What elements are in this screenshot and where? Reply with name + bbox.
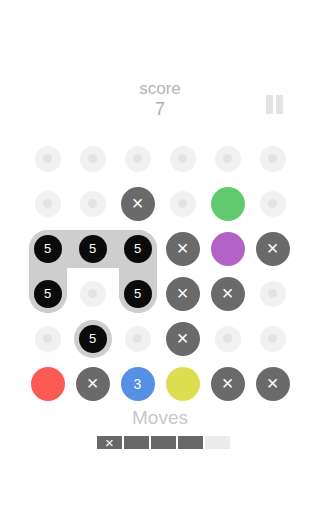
piece-number-5-r2c2[interactable]: 5	[124, 235, 152, 263]
empty-slot	[35, 146, 61, 172]
progress-segment-filled	[124, 436, 149, 449]
slot-dot	[268, 154, 277, 163]
piece-ball-r2c4[interactable]	[211, 232, 245, 266]
empty-slot	[170, 191, 196, 217]
piece-ball-r5c0[interactable]	[31, 367, 65, 401]
empty-slot	[80, 146, 106, 172]
slot-dot	[178, 199, 187, 208]
piece-number-label: 3	[134, 377, 142, 391]
piece-bomb-r5c4[interactable]: ×	[211, 367, 245, 401]
piece-bomb-r3c4[interactable]: ×	[211, 277, 245, 311]
slot-dot	[133, 334, 142, 343]
x-icon: ×	[267, 238, 279, 258]
slot-dot	[268, 199, 277, 208]
slot-dot	[133, 154, 142, 163]
x-icon: ×	[87, 373, 99, 393]
progress-segment-filled	[151, 436, 176, 449]
piece-ball-r5c3[interactable]	[166, 367, 200, 401]
piece-number-5-r2c1[interactable]: 5	[79, 235, 107, 263]
empty-slot	[80, 191, 106, 217]
progress-segment-empty	[205, 436, 230, 449]
game-screen: score 7 ×555××55××5××3×× Moves ×	[0, 0, 320, 512]
slot-dot	[43, 154, 52, 163]
moves-label: Moves	[0, 407, 320, 429]
piece-number-label: 5	[89, 332, 96, 345]
empty-slot	[260, 191, 286, 217]
piece-bomb-r2c3[interactable]: ×	[166, 232, 200, 266]
empty-slot	[125, 146, 151, 172]
slot-dot	[43, 199, 52, 208]
piece-number-label: 5	[44, 242, 51, 255]
piece-bomb-r1c2[interactable]: ×	[121, 187, 155, 221]
pause-icon	[266, 95, 273, 114]
empty-slot	[125, 326, 151, 352]
x-icon: ×	[222, 283, 234, 303]
empty-slot	[215, 326, 241, 352]
progress-segment-filled: ×	[97, 436, 122, 449]
empty-slot	[215, 146, 241, 172]
piece-bomb-r4c3[interactable]: ×	[166, 322, 200, 356]
piece-bomb-r3c3[interactable]: ×	[166, 277, 200, 311]
pause-button[interactable]	[266, 95, 283, 114]
piece-ball-r1c4[interactable]	[211, 187, 245, 221]
piece-number-label: 5	[89, 242, 96, 255]
slot-dot	[268, 289, 277, 298]
slot-dot	[43, 334, 52, 343]
slot-dot	[223, 154, 232, 163]
x-icon: ×	[177, 238, 189, 258]
x-icon: ×	[105, 435, 114, 450]
slot-dot	[88, 289, 97, 298]
slot-dot	[178, 154, 187, 163]
slot-dot	[88, 154, 97, 163]
piece-number-label: 5	[134, 242, 141, 255]
x-icon: ×	[267, 373, 279, 393]
x-icon: ×	[177, 283, 189, 303]
empty-slot	[35, 191, 61, 217]
empty-slot	[260, 146, 286, 172]
piece-ball-3-r5c2[interactable]: 3	[121, 367, 155, 401]
piece-bomb-r2c5[interactable]: ×	[256, 232, 290, 266]
empty-slot	[260, 326, 286, 352]
x-icon: ×	[177, 328, 189, 348]
piece-bomb-r5c1[interactable]: ×	[76, 367, 110, 401]
piece-number-5-r3c2[interactable]: 5	[124, 280, 152, 308]
piece-number-label: 5	[44, 287, 51, 300]
x-icon: ×	[222, 373, 234, 393]
x-icon: ×	[132, 193, 144, 213]
piece-bomb-r5c5[interactable]: ×	[256, 367, 290, 401]
game-board: ×555××55××5××3××	[25, 136, 295, 406]
empty-slot	[170, 146, 196, 172]
empty-slot	[35, 326, 61, 352]
empty-slot	[260, 281, 286, 307]
pause-icon	[276, 95, 283, 114]
moves-progress-bar: ×	[97, 436, 230, 449]
slot-dot	[88, 199, 97, 208]
empty-slot	[80, 281, 106, 307]
piece-number-5-r3c0[interactable]: 5	[34, 280, 62, 308]
piece-number-label: 5	[134, 287, 141, 300]
slot-dot	[223, 334, 232, 343]
piece-number-5-r4c1[interactable]: 5	[79, 325, 107, 353]
slot-dot	[268, 334, 277, 343]
progress-segment-filled	[178, 436, 203, 449]
piece-number-5-r2c0[interactable]: 5	[34, 235, 62, 263]
